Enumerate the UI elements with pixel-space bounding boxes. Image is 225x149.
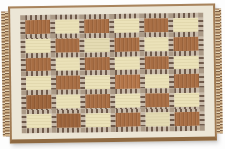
square-r1c5-brown bbox=[144, 18, 169, 32]
square-r2c5-cream bbox=[144, 37, 169, 51]
square-r5c6-cream bbox=[175, 93, 200, 107]
square-r3c1-brown bbox=[26, 58, 51, 72]
square-r6c1-cream bbox=[27, 114, 52, 128]
horizontal-band-segment bbox=[175, 126, 200, 131]
fringe-right bbox=[215, 8, 223, 133]
board-grid bbox=[20, 13, 205, 134]
square-r4c3-cream bbox=[85, 76, 110, 90]
square-r1c4-cream bbox=[114, 19, 139, 33]
square-r5c3-brown bbox=[86, 94, 111, 108]
square-r2c2-brown bbox=[55, 38, 80, 52]
square-r3c3-brown bbox=[85, 57, 110, 71]
square-r1c1-brown bbox=[25, 20, 50, 34]
square-r6c6-brown bbox=[175, 112, 200, 126]
horizontal-band-segment bbox=[145, 126, 170, 131]
vertical-band-segment bbox=[198, 37, 203, 51]
horizontal-band-segment bbox=[56, 127, 81, 132]
square-r4c5-cream bbox=[145, 75, 170, 89]
square-r4c1-cream bbox=[26, 76, 51, 90]
vertical-band-segment bbox=[199, 55, 204, 69]
square-r6c3-cream bbox=[86, 113, 111, 127]
square-r3c2-cream bbox=[55, 57, 80, 71]
fringe-left bbox=[1, 11, 10, 136]
square-r6c4-brown bbox=[116, 113, 141, 127]
square-r3c6-cream bbox=[174, 55, 199, 69]
rug-photo-scene bbox=[0, 0, 225, 149]
square-r3c4-cream bbox=[115, 56, 140, 70]
square-r2c4-brown bbox=[114, 37, 139, 51]
square-r1c2-cream bbox=[55, 19, 80, 33]
square-r5c4-cream bbox=[115, 94, 140, 108]
square-r5c2-cream bbox=[56, 95, 81, 109]
square-r4c4-brown bbox=[115, 75, 140, 89]
band-intersection bbox=[200, 126, 205, 131]
square-r4c6-brown bbox=[174, 74, 199, 88]
square-r1c3-brown bbox=[85, 19, 110, 33]
vertical-band-segment bbox=[200, 112, 205, 126]
horizontal-band-segment bbox=[27, 128, 52, 133]
vertical-band-segment bbox=[199, 74, 204, 88]
square-r4c2-brown bbox=[56, 76, 81, 90]
vertical-band-segment bbox=[199, 93, 204, 107]
square-r2c6-brown bbox=[174, 37, 199, 51]
square-r2c3-cream bbox=[85, 38, 110, 52]
square-r1c6-cream bbox=[174, 18, 199, 32]
horizontal-band-segment bbox=[116, 127, 141, 132]
square-r5c5-brown bbox=[145, 94, 170, 108]
horizontal-band-segment bbox=[86, 127, 111, 132]
square-r6c2-brown bbox=[56, 114, 81, 128]
kilim-rug bbox=[8, 4, 217, 144]
square-r5c1-brown bbox=[26, 95, 51, 109]
square-r3c5-brown bbox=[144, 56, 169, 70]
square-r6c5-cream bbox=[145, 112, 170, 126]
square-r2c1-cream bbox=[26, 39, 51, 53]
vertical-band-segment bbox=[198, 18, 203, 32]
